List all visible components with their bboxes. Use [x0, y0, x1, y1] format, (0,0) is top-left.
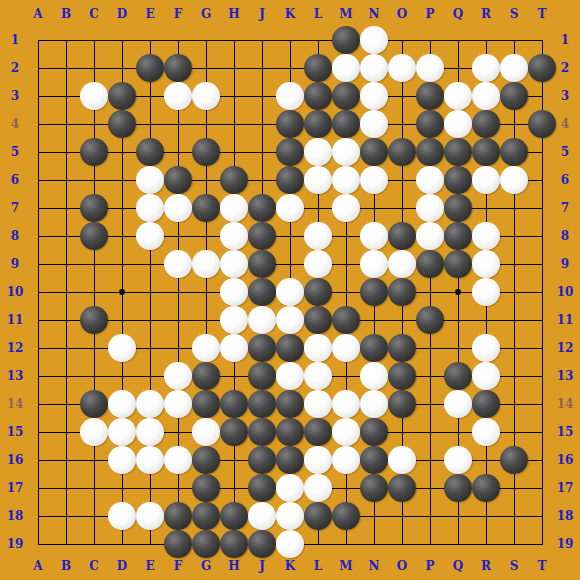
black-stone-K4[interactable]: [276, 110, 304, 138]
black-stone-M4[interactable]: [332, 110, 360, 138]
black-stone-S16[interactable]: [500, 446, 528, 474]
row-label-right: 8: [561, 230, 569, 242]
column-label-top: R: [481, 8, 491, 20]
white-stone-K7[interactable]: [276, 194, 304, 222]
white-stone-G12[interactable]: [192, 334, 220, 362]
black-stone-K12[interactable]: [276, 334, 304, 362]
white-stone-E14[interactable]: [136, 390, 164, 418]
row-label-right: 13: [557, 370, 574, 382]
column-label-top: G: [201, 8, 211, 20]
white-stone-M7[interactable]: [332, 194, 360, 222]
black-stone-L10[interactable]: [304, 278, 332, 306]
black-stone-J13[interactable]: [248, 362, 276, 390]
column-label-top: T: [538, 8, 547, 20]
white-stone-K17[interactable]: [276, 474, 304, 502]
black-stone-H6[interactable]: [220, 166, 248, 194]
white-stone-L13[interactable]: [304, 362, 332, 390]
white-stone-C15[interactable]: [80, 418, 108, 446]
white-stone-G9[interactable]: [192, 250, 220, 278]
black-stone-R5[interactable]: [472, 138, 500, 166]
row-label-right: 11: [557, 314, 574, 326]
black-stone-P11[interactable]: [416, 306, 444, 334]
black-stone-G17[interactable]: [192, 474, 220, 502]
black-stone-P9[interactable]: [416, 250, 444, 278]
row-label-right: 2: [561, 62, 569, 74]
row-label-right: 17: [557, 482, 574, 494]
white-stone-K10[interactable]: [276, 278, 304, 306]
black-stone-J12[interactable]: [248, 334, 276, 362]
black-stone-N17[interactable]: [360, 474, 388, 502]
white-stone-Q14[interactable]: [444, 390, 472, 418]
column-label-bottom: E: [145, 560, 154, 572]
white-stone-C3[interactable]: [80, 82, 108, 110]
white-stone-E8[interactable]: [136, 222, 164, 250]
white-stone-N6[interactable]: [360, 166, 388, 194]
black-stone-Q13[interactable]: [444, 362, 472, 390]
column-label-bottom: H: [228, 560, 239, 572]
white-stone-N4[interactable]: [360, 110, 388, 138]
black-stone-J19[interactable]: [248, 530, 276, 558]
black-stone-O17[interactable]: [388, 474, 416, 502]
black-stone-E2[interactable]: [136, 54, 164, 82]
white-stone-M16[interactable]: [332, 446, 360, 474]
black-stone-J16[interactable]: [248, 446, 276, 474]
white-stone-R13[interactable]: [472, 362, 500, 390]
black-stone-E5[interactable]: [136, 138, 164, 166]
column-label-bottom: B: [61, 560, 71, 572]
star-point: [455, 289, 461, 295]
black-stone-G19[interactable]: [192, 530, 220, 558]
white-stone-L6[interactable]: [304, 166, 332, 194]
row-label-right: 14: [557, 398, 574, 410]
black-stone-G16[interactable]: [192, 446, 220, 474]
black-stone-M3[interactable]: [332, 82, 360, 110]
black-stone-G7[interactable]: [192, 194, 220, 222]
white-stone-R10[interactable]: [472, 278, 500, 306]
row-label-right: 7: [561, 202, 569, 214]
white-stone-M5[interactable]: [332, 138, 360, 166]
white-stone-N14[interactable]: [360, 390, 388, 418]
column-label-top: A: [33, 8, 42, 20]
white-stone-R9[interactable]: [472, 250, 500, 278]
white-stone-G3[interactable]: [192, 82, 220, 110]
white-stone-F7[interactable]: [164, 194, 192, 222]
black-stone-K15[interactable]: [276, 418, 304, 446]
white-stone-J18[interactable]: [248, 502, 276, 530]
black-stone-K6[interactable]: [276, 166, 304, 194]
row-label-left: 11: [7, 314, 24, 326]
white-stone-N2[interactable]: [360, 54, 388, 82]
white-stone-K18[interactable]: [276, 502, 304, 530]
white-stone-L12[interactable]: [304, 334, 332, 362]
white-stone-K3[interactable]: [276, 82, 304, 110]
black-stone-G13[interactable]: [192, 362, 220, 390]
white-stone-D18[interactable]: [108, 502, 136, 530]
column-label-bottom: M: [339, 560, 352, 572]
black-stone-N16[interactable]: [360, 446, 388, 474]
black-stone-G18[interactable]: [192, 502, 220, 530]
white-stone-E16[interactable]: [136, 446, 164, 474]
row-label-right: 15: [557, 426, 574, 438]
black-stone-N12[interactable]: [360, 334, 388, 362]
column-label-bottom: Q: [453, 560, 463, 572]
column-label-bottom: N: [369, 560, 380, 572]
white-stone-L9[interactable]: [304, 250, 332, 278]
black-stone-R17[interactable]: [472, 474, 500, 502]
white-stone-R3[interactable]: [472, 82, 500, 110]
white-stone-L5[interactable]: [304, 138, 332, 166]
white-stone-S6[interactable]: [500, 166, 528, 194]
black-stone-L4[interactable]: [304, 110, 332, 138]
black-stone-J8[interactable]: [248, 222, 276, 250]
black-stone-R4[interactable]: [472, 110, 500, 138]
white-stone-M12[interactable]: [332, 334, 360, 362]
black-stone-O5[interactable]: [388, 138, 416, 166]
black-stone-C8[interactable]: [80, 222, 108, 250]
row-label-left: 18: [7, 510, 24, 522]
row-label-right: 4: [561, 118, 569, 130]
black-stone-J9[interactable]: [248, 250, 276, 278]
column-label-top: P: [425, 8, 434, 20]
black-stone-O8[interactable]: [388, 222, 416, 250]
column-label-bottom: J: [259, 560, 265, 572]
column-label-top: K: [285, 8, 295, 20]
white-stone-K19[interactable]: [276, 530, 304, 558]
black-stone-C5[interactable]: [80, 138, 108, 166]
white-stone-R15[interactable]: [472, 418, 500, 446]
white-stone-L8[interactable]: [304, 222, 332, 250]
black-stone-Q9[interactable]: [444, 250, 472, 278]
star-point: [119, 289, 125, 295]
white-stone-H9[interactable]: [220, 250, 248, 278]
row-label-right: 12: [557, 342, 574, 354]
column-label-top: L: [314, 8, 322, 20]
white-stone-M14[interactable]: [332, 390, 360, 418]
black-stone-G14[interactable]: [192, 390, 220, 418]
black-stone-D3[interactable]: [108, 82, 136, 110]
row-label-left: 19: [7, 538, 24, 550]
white-stone-O16[interactable]: [388, 446, 416, 474]
white-stone-R6[interactable]: [472, 166, 500, 194]
black-stone-Q6[interactable]: [444, 166, 472, 194]
black-stone-J10[interactable]: [248, 278, 276, 306]
white-stone-R8[interactable]: [472, 222, 500, 250]
column-label-top: H: [228, 8, 239, 20]
row-label-left: 8: [11, 230, 19, 242]
black-stone-J15[interactable]: [248, 418, 276, 446]
white-stone-M15[interactable]: [332, 418, 360, 446]
white-stone-S2[interactable]: [500, 54, 528, 82]
white-stone-N8[interactable]: [360, 222, 388, 250]
black-stone-Q7[interactable]: [444, 194, 472, 222]
black-stone-P3[interactable]: [416, 82, 444, 110]
black-stone-L2[interactable]: [304, 54, 332, 82]
black-stone-O10[interactable]: [388, 278, 416, 306]
row-label-right: 18: [557, 510, 574, 522]
column-label-top: N: [369, 8, 380, 20]
white-stone-P8[interactable]: [416, 222, 444, 250]
row-label-left: 6: [11, 174, 19, 186]
white-stone-O9[interactable]: [388, 250, 416, 278]
white-stone-F13[interactable]: [164, 362, 192, 390]
column-label-top: D: [117, 8, 127, 20]
white-stone-P7[interactable]: [416, 194, 444, 222]
white-stone-L14[interactable]: [304, 390, 332, 418]
white-stone-L16[interactable]: [304, 446, 332, 474]
black-stone-J17[interactable]: [248, 474, 276, 502]
white-stone-D15[interactable]: [108, 418, 136, 446]
white-stone-O2[interactable]: [388, 54, 416, 82]
row-label-left: 13: [7, 370, 24, 382]
column-label-bottom: F: [174, 560, 183, 572]
row-label-left: 17: [7, 482, 24, 494]
white-stone-N9[interactable]: [360, 250, 388, 278]
white-stone-H7[interactable]: [220, 194, 248, 222]
black-stone-L18[interactable]: [304, 502, 332, 530]
row-label-left: 9: [11, 258, 19, 270]
row-label-left: 2: [11, 62, 19, 74]
row-label-left: 4: [11, 118, 19, 130]
white-stone-K11[interactable]: [276, 306, 304, 334]
black-stone-F6[interactable]: [164, 166, 192, 194]
black-stone-H15[interactable]: [220, 418, 248, 446]
black-stone-N15[interactable]: [360, 418, 388, 446]
column-label-top: E: [145, 8, 154, 20]
column-label-top: C: [89, 8, 99, 20]
black-stone-N5[interactable]: [360, 138, 388, 166]
black-stone-G5[interactable]: [192, 138, 220, 166]
column-label-top: B: [61, 8, 71, 20]
white-stone-D14[interactable]: [108, 390, 136, 418]
white-stone-R12[interactable]: [472, 334, 500, 362]
column-label-bottom: P: [425, 560, 434, 572]
white-stone-E18[interactable]: [136, 502, 164, 530]
black-stone-S3[interactable]: [500, 82, 528, 110]
white-stone-Q3[interactable]: [444, 82, 472, 110]
row-label-right: 16: [557, 454, 574, 466]
white-stone-F3[interactable]: [164, 82, 192, 110]
column-label-bottom: C: [89, 560, 99, 572]
white-stone-H8[interactable]: [220, 222, 248, 250]
column-label-bottom: L: [314, 560, 322, 572]
row-label-left: 1: [11, 34, 19, 46]
black-stone-F18[interactable]: [164, 502, 192, 530]
white-stone-N1[interactable]: [360, 26, 388, 54]
black-stone-C14[interactable]: [80, 390, 108, 418]
row-label-right: 9: [561, 258, 569, 270]
black-stone-J7[interactable]: [248, 194, 276, 222]
black-stone-K5[interactable]: [276, 138, 304, 166]
column-label-bottom: G: [201, 560, 211, 572]
black-stone-T2[interactable]: [528, 54, 556, 82]
white-stone-Q16[interactable]: [444, 446, 472, 474]
white-stone-G15[interactable]: [192, 418, 220, 446]
white-stone-E15[interactable]: [136, 418, 164, 446]
black-stone-D4[interactable]: [108, 110, 136, 138]
black-stone-N10[interactable]: [360, 278, 388, 306]
black-stone-K14[interactable]: [276, 390, 304, 418]
row-label-left: 14: [7, 398, 24, 410]
white-stone-D16[interactable]: [108, 446, 136, 474]
black-stone-K16[interactable]: [276, 446, 304, 474]
black-stone-M18[interactable]: [332, 502, 360, 530]
white-stone-Q4[interactable]: [444, 110, 472, 138]
black-stone-C11[interactable]: [80, 306, 108, 334]
column-label-bottom: K: [285, 560, 295, 572]
row-label-right: 1: [561, 34, 569, 46]
column-label-top: S: [510, 8, 519, 20]
row-label-left: 5: [11, 146, 19, 158]
white-stone-E6[interactable]: [136, 166, 164, 194]
white-stone-P2[interactable]: [416, 54, 444, 82]
row-label-left: 15: [7, 426, 24, 438]
white-stone-H12[interactable]: [220, 334, 248, 362]
white-stone-J11[interactable]: [248, 306, 276, 334]
white-stone-M6[interactable]: [332, 166, 360, 194]
black-stone-P5[interactable]: [416, 138, 444, 166]
white-stone-R2[interactable]: [472, 54, 500, 82]
white-stone-E7[interactable]: [136, 194, 164, 222]
black-stone-M1[interactable]: [332, 26, 360, 54]
black-stone-Q8[interactable]: [444, 222, 472, 250]
white-stone-N3[interactable]: [360, 82, 388, 110]
column-label-bottom: O: [397, 560, 407, 572]
white-stone-P6[interactable]: [416, 166, 444, 194]
black-stone-O13[interactable]: [388, 362, 416, 390]
black-stone-H18[interactable]: [220, 502, 248, 530]
black-stone-J14[interactable]: [248, 390, 276, 418]
row-label-right: 10: [557, 286, 574, 298]
column-label-bottom: S: [510, 560, 519, 572]
black-stone-M11[interactable]: [332, 306, 360, 334]
column-label-top: Q: [453, 8, 463, 20]
white-stone-K13[interactable]: [276, 362, 304, 390]
black-stone-O14[interactable]: [388, 390, 416, 418]
black-stone-T4[interactable]: [528, 110, 556, 138]
row-label-right: 3: [561, 90, 569, 102]
white-stone-F9[interactable]: [164, 250, 192, 278]
black-stone-R14[interactable]: [472, 390, 500, 418]
black-stone-H19[interactable]: [220, 530, 248, 558]
column-label-bottom: R: [481, 560, 491, 572]
black-stone-P4[interactable]: [416, 110, 444, 138]
column-label-bottom: D: [117, 560, 127, 572]
column-label-top: M: [339, 8, 352, 20]
white-stone-F14[interactable]: [164, 390, 192, 418]
black-stone-C7[interactable]: [80, 194, 108, 222]
black-stone-F19[interactable]: [164, 530, 192, 558]
black-stone-L11[interactable]: [304, 306, 332, 334]
column-label-bottom: A: [33, 560, 42, 572]
white-stone-D12[interactable]: [108, 334, 136, 362]
row-label-left: 3: [11, 90, 19, 102]
go-board[interactable]: AABBCCDDEEFFGGHHJJKKLLMMNNOOPPQQRRSSTT11…: [0, 0, 580, 580]
row-label-left: 10: [7, 286, 24, 298]
black-stone-F2[interactable]: [164, 54, 192, 82]
row-label-left: 7: [11, 202, 19, 214]
white-stone-L17[interactable]: [304, 474, 332, 502]
row-label-right: 19: [557, 538, 574, 550]
black-stone-O12[interactable]: [388, 334, 416, 362]
column-label-bottom: T: [538, 560, 547, 572]
black-stone-Q5[interactable]: [444, 138, 472, 166]
row-label-left: 12: [7, 342, 24, 354]
row-label-left: 16: [7, 454, 24, 466]
white-stone-H11[interactable]: [220, 306, 248, 334]
row-label-right: 5: [561, 146, 569, 158]
black-stone-Q17[interactable]: [444, 474, 472, 502]
black-stone-L15[interactable]: [304, 418, 332, 446]
column-label-top: F: [174, 8, 183, 20]
black-stone-L3[interactable]: [304, 82, 332, 110]
white-stone-H10[interactable]: [220, 278, 248, 306]
black-stone-H14[interactable]: [220, 390, 248, 418]
column-label-top: O: [397, 8, 407, 20]
white-stone-N13[interactable]: [360, 362, 388, 390]
column-label-top: J: [259, 8, 265, 20]
white-stone-F16[interactable]: [164, 446, 192, 474]
black-stone-S5[interactable]: [500, 138, 528, 166]
row-label-right: 6: [561, 174, 569, 186]
white-stone-M2[interactable]: [332, 54, 360, 82]
